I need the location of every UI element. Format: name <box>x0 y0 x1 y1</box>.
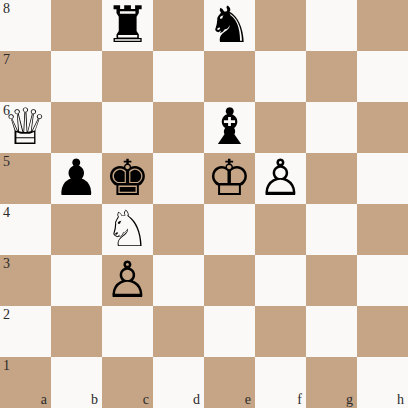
square-f1[interactable]: f <box>255 357 306 408</box>
square-c8[interactable]: ♜ <box>102 0 153 51</box>
square-f2[interactable] <box>255 306 306 357</box>
square-g4[interactable] <box>306 204 357 255</box>
square-b2[interactable] <box>51 306 102 357</box>
square-a5[interactable]: 5 <box>0 153 51 204</box>
square-b7[interactable] <box>51 51 102 102</box>
file-label-f: f <box>297 393 302 407</box>
square-h7[interactable] <box>357 51 408 102</box>
square-g8[interactable] <box>306 0 357 51</box>
square-a7[interactable]: 7 <box>0 51 51 102</box>
square-a4[interactable]: 4 <box>0 204 51 255</box>
square-f8[interactable] <box>255 0 306 51</box>
white-queen: ♕ <box>3 102 48 153</box>
square-b6[interactable] <box>51 102 102 153</box>
square-b3[interactable] <box>51 255 102 306</box>
square-e7[interactable] <box>204 51 255 102</box>
black-bishop: ♝ <box>207 102 252 153</box>
square-c6[interactable] <box>102 102 153 153</box>
black-pawn: ♟ <box>54 153 99 204</box>
file-label-d: d <box>193 393 200 407</box>
square-f3[interactable] <box>255 255 306 306</box>
file-label-a: a <box>41 393 47 407</box>
square-d8[interactable] <box>153 0 204 51</box>
file-label-e: e <box>245 393 251 407</box>
white-pawn: ♙ <box>258 153 303 204</box>
square-e5[interactable]: ♔ <box>204 153 255 204</box>
square-h5[interactable] <box>357 153 408 204</box>
square-h3[interactable] <box>357 255 408 306</box>
rank-label-2: 2 <box>3 306 10 323</box>
square-a8[interactable]: 8 <box>0 0 51 51</box>
rank-label-7: 7 <box>3 51 10 68</box>
file-label-b: b <box>91 393 98 407</box>
square-d4[interactable] <box>153 204 204 255</box>
file-label-g: g <box>346 393 353 407</box>
square-e2[interactable] <box>204 306 255 357</box>
chess-board: 8♜♞76♕♝5♟♚♔♙4♘3♙21abcdefgh <box>0 0 408 408</box>
square-c7[interactable] <box>102 51 153 102</box>
rank-label-4: 4 <box>3 204 10 221</box>
square-h6[interactable] <box>357 102 408 153</box>
square-f6[interactable] <box>255 102 306 153</box>
rank-label-1: 1 <box>3 357 10 374</box>
rank-label-8: 8 <box>3 0 10 17</box>
square-h1[interactable]: h <box>357 357 408 408</box>
square-f4[interactable] <box>255 204 306 255</box>
square-g2[interactable] <box>306 306 357 357</box>
square-d7[interactable] <box>153 51 204 102</box>
square-a1[interactable]: 1a <box>0 357 51 408</box>
square-h4[interactable] <box>357 204 408 255</box>
rank-label-3: 3 <box>3 255 10 272</box>
black-rook: ♜ <box>105 0 150 51</box>
square-b1[interactable]: b <box>51 357 102 408</box>
square-g7[interactable] <box>306 51 357 102</box>
square-d5[interactable] <box>153 153 204 204</box>
square-c3[interactable]: ♙ <box>102 255 153 306</box>
square-a3[interactable]: 3 <box>0 255 51 306</box>
square-e3[interactable] <box>204 255 255 306</box>
square-h8[interactable] <box>357 0 408 51</box>
square-b4[interactable] <box>51 204 102 255</box>
square-c1[interactable]: c <box>102 357 153 408</box>
white-king: ♔ <box>207 153 252 204</box>
square-h2[interactable] <box>357 306 408 357</box>
white-knight: ♘ <box>105 204 150 255</box>
square-g3[interactable] <box>306 255 357 306</box>
square-e6[interactable]: ♝ <box>204 102 255 153</box>
black-knight: ♞ <box>207 0 252 51</box>
square-e8[interactable]: ♞ <box>204 0 255 51</box>
black-king: ♚ <box>105 153 150 204</box>
square-b5[interactable]: ♟ <box>51 153 102 204</box>
square-e1[interactable]: e <box>204 357 255 408</box>
square-g5[interactable] <box>306 153 357 204</box>
square-e4[interactable] <box>204 204 255 255</box>
square-d6[interactable] <box>153 102 204 153</box>
square-g1[interactable]: g <box>306 357 357 408</box>
square-f5[interactable]: ♙ <box>255 153 306 204</box>
square-d3[interactable] <box>153 255 204 306</box>
square-c4[interactable]: ♘ <box>102 204 153 255</box>
file-label-h: h <box>397 393 404 407</box>
square-a2[interactable]: 2 <box>0 306 51 357</box>
square-d1[interactable]: d <box>153 357 204 408</box>
square-f7[interactable] <box>255 51 306 102</box>
square-a6[interactable]: 6♕ <box>0 102 51 153</box>
white-pawn: ♙ <box>105 255 150 306</box>
square-d2[interactable] <box>153 306 204 357</box>
square-c5[interactable]: ♚ <box>102 153 153 204</box>
square-c2[interactable] <box>102 306 153 357</box>
file-label-c: c <box>143 393 149 407</box>
square-g6[interactable] <box>306 102 357 153</box>
square-b8[interactable] <box>51 0 102 51</box>
